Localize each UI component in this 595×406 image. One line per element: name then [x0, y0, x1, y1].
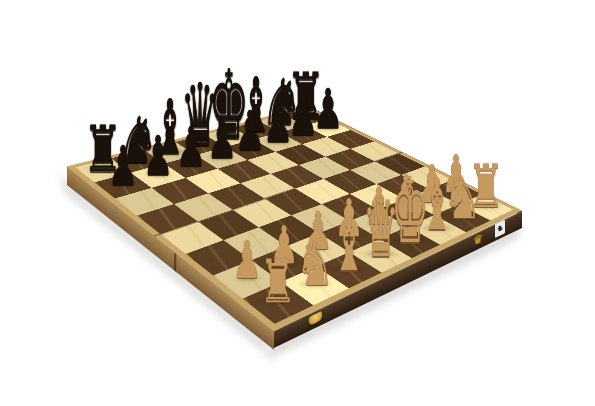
pawn-glyph: ♟ [101, 139, 146, 194]
white-rook-a1[interactable]: ♜ [253, 265, 303, 309]
chess-set-photo: ♛ ♞ ♜♞♝♛♚♝♞♜♟♟♟♟♟♟♟♟♟♟♟♟♟♟♟♟♜♞♝♛♚♝♞♜ [0, 0, 595, 406]
black-pawn-a7[interactable]: ♟ [98, 153, 148, 191]
rook-glyph: ♜ [254, 252, 302, 311]
pieces-layer: ♜♞♝♛♚♝♞♜♟♟♟♟♟♟♟♟♟♟♟♟♟♟♟♟♜♞♝♛♚♝♞♜ [0, 0, 595, 406]
